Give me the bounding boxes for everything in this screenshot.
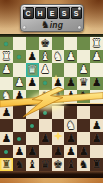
white-pawn-piece: ♟ — [14, 77, 24, 89]
black-knight-piece: ♞ — [14, 159, 24, 171]
board-cell-r4c2[interactable]: ♝ — [26, 158, 39, 171]
chess-king-logo: CHESS ♞ing — [20, 4, 84, 32]
screw-icon — [23, 7, 26, 10]
board-cell-r1c2[interactable]: ♟ — [26, 50, 39, 63]
board-cell-r2c3[interactable]: ♟ — [39, 63, 52, 76]
board-cell-r0c2[interactable] — [26, 106, 39, 119]
black-pawn-piece: ♟ — [14, 146, 24, 158]
move-hint-dot — [17, 55, 21, 59]
knight-icon: ♞ — [41, 20, 50, 30]
board-cell-r4c0[interactable]: ♜ — [0, 158, 13, 171]
logo-king-text: ♞ing — [41, 19, 64, 30]
white-knight-piece: ♞ — [66, 120, 76, 132]
screw-icon — [78, 7, 81, 10]
logo-letter-tiles: CHESS — [23, 7, 82, 19]
white-pawn-piece: ♟ — [92, 51, 102, 63]
black-pawn-piece: ♟ — [27, 77, 37, 89]
board-cell-r1c0[interactable]: ♜ — [0, 50, 13, 63]
board-cell-r0c1[interactable] — [13, 37, 26, 50]
black-bishop-piece: ♝ — [27, 159, 37, 171]
board-cell-r0c5[interactable] — [64, 106, 77, 119]
board-cell-r2c6[interactable] — [77, 132, 90, 145]
board-cell-r3c3[interactable] — [39, 145, 52, 158]
board-cell-r1c4[interactable]: ♞ — [52, 50, 65, 63]
board-cell-r3c0[interactable] — [0, 145, 13, 158]
board-cell-r2c2[interactable] — [26, 132, 39, 145]
board-cell-r0c4[interactable] — [52, 37, 65, 50]
black-pawn-piece: ♟ — [2, 133, 12, 145]
board-cell-r1c1[interactable] — [13, 50, 26, 63]
board-cell-r4c6[interactable]: ♞ — [77, 90, 90, 103]
board-cell-r3c4[interactable]: ♟ — [52, 145, 65, 158]
board-cell-r2c1[interactable] — [13, 132, 26, 145]
chess-king-splash: ♚♜♜♟♝♞♟♟♟♛♟♟♟♟♟♟♛♟♞♟♞♟♟♞ ♟♞♟♟♟♟♟♟♟♟♟♟♜♞♝… — [0, 0, 103, 183]
black-pawn-piece: ♟ — [14, 90, 24, 102]
white-pawn-piece: ♟ — [79, 64, 89, 76]
white-bishop-piece: ♝ — [40, 51, 50, 63]
board-cell-r3c6[interactable]: ♛ — [77, 77, 90, 90]
black-queen-piece: ♛ — [40, 159, 50, 171]
board-cell-r1c4[interactable] — [52, 119, 65, 132]
board-cell-r1c2[interactable] — [26, 119, 39, 132]
board-cell-r3c4[interactable]: ♟ — [52, 77, 65, 90]
white-rook-piece: ♜ — [2, 51, 12, 63]
green-board: ♚♜♜♟♝♞♟♟♟♛♟♟♟♟♟♟♛♟♞♟♞♟♟♞ — [0, 37, 103, 103]
black-pawn-piece: ♟ — [27, 51, 37, 63]
black-pawn-piece: ♟ — [66, 146, 76, 158]
black-pawn-piece: ♟ — [40, 133, 50, 145]
board-cell-r2c1[interactable] — [13, 63, 26, 76]
black-knight-piece: ♞ — [40, 90, 50, 102]
black-pawn-piece: ♟ — [2, 107, 12, 119]
black-pawn-piece: ♟ — [92, 77, 102, 89]
board-cell-r2c4[interactable] — [52, 63, 65, 76]
board-cell-r4c5[interactable]: ♝ — [64, 158, 77, 171]
move-hint-dot — [17, 137, 21, 141]
white-queen-piece: ♛ — [27, 64, 37, 76]
brown-board: ♟♞♟♟♟♟♟♟♟♟♟♟♜♞♝♛♚♝♞♜ — [0, 106, 103, 171]
board-cell-r1c0[interactable] — [0, 119, 13, 132]
black-bishop-piece: ♝ — [66, 159, 76, 171]
white-pawn-piece: ♟ — [66, 51, 76, 63]
board-cell-r4c6[interactable]: ♞ — [77, 158, 90, 171]
black-pawn-piece: ♟ — [66, 133, 76, 145]
board-cell-r2c5[interactable]: ♟ — [64, 132, 77, 145]
board-cell-r3c7[interactable]: ♟ — [90, 77, 103, 90]
black-king-piece: ♚ — [53, 159, 63, 171]
board-cell-r0c7[interactable]: ♜ — [90, 37, 103, 50]
board-cell-r1c6[interactable] — [77, 119, 90, 132]
board-cell-r2c0[interactable]: ♟ — [0, 132, 13, 145]
board-cell-r1c3[interactable]: ♝ — [39, 50, 52, 63]
logo-tile-s: S — [59, 7, 70, 19]
board-cell-r0c4[interactable] — [52, 106, 65, 119]
board-cell-r1c1[interactable] — [13, 119, 26, 132]
board-cell-r4c7[interactable] — [90, 90, 103, 103]
board-cell-r3c5[interactable]: ♟ — [64, 145, 77, 158]
highlight-square — [0, 158, 13, 171]
move-hint-dot — [43, 111, 47, 115]
black-pawn-piece: ♟ — [53, 77, 63, 89]
board-cell-r1c3[interactable] — [39, 119, 52, 132]
board-cell-r4c2[interactable] — [26, 90, 39, 103]
board-cell-r0c1[interactable] — [13, 106, 26, 119]
board-cell-r0c3[interactable] — [39, 106, 52, 119]
board-cell-r0c3[interactable]: ♚ — [39, 37, 52, 50]
board-cell-r4c1[interactable]: ♞ — [13, 158, 26, 171]
logo-tile-e: E — [47, 7, 58, 19]
move-hint-dot — [30, 124, 34, 128]
board-cell-r1c6[interactable] — [77, 50, 90, 63]
black-knight-piece: ♞ — [79, 159, 89, 171]
logo-tile-h: H — [35, 7, 46, 19]
board-cell-r0c0[interactable]: ♟ — [0, 106, 13, 119]
board-cell-r3c2[interactable]: ♟ — [26, 77, 39, 90]
black-pawn-piece: ♟ — [53, 146, 63, 158]
black-pawn-piece: ♟ — [92, 133, 102, 145]
board-cell-r2c6[interactable]: ♟ — [77, 63, 90, 76]
board-cell-r2c3[interactable]: ♟ — [39, 132, 52, 145]
black-queen-piece: ♛ — [79, 77, 89, 89]
board-cell-r3c2[interactable]: ♟ — [26, 145, 39, 158]
board-cell-r4c3[interactable]: ♛ — [39, 158, 52, 171]
black-king-piece: ♚ — [40, 38, 50, 50]
board-cell-r4c4[interactable]: ♚ — [52, 158, 65, 171]
screw-icon — [78, 26, 81, 29]
board-cell-r2c4[interactable] — [52, 132, 65, 145]
black-pawn-piece: ♟ — [92, 120, 102, 132]
black-pawn-piece: ♟ — [66, 90, 76, 102]
board-cell-r3c1[interactable]: ♟ — [13, 77, 26, 90]
move-hint-dot — [43, 81, 47, 85]
board-cell-r3c1[interactable]: ♟ — [13, 145, 26, 158]
board-cell-r1c7[interactable]: ♟ — [90, 119, 103, 132]
board-cell-r0c5[interactable] — [64, 37, 77, 50]
white-rook-piece: ♜ — [92, 38, 102, 50]
board-cell-r3c6[interactable]: ♟ — [77, 145, 90, 158]
board-cell-r4c7[interactable]: ♜ — [90, 158, 103, 171]
move-hint-dot — [4, 42, 8, 46]
logo-king-suffix: ing — [50, 20, 64, 30]
board-cell-r2c2[interactable]: ♛ — [26, 63, 39, 76]
black-pawn-piece: ♟ — [79, 146, 89, 158]
board-cell-r2c7[interactable] — [90, 63, 103, 76]
black-pawn-piece: ♟ — [53, 90, 63, 102]
white-knight-piece: ♞ — [53, 51, 63, 63]
board-cell-r0c7[interactable] — [90, 106, 103, 119]
board-cell-r2c7[interactable]: ♟ — [90, 132, 103, 145]
board-cell-r0c6[interactable] — [77, 106, 90, 119]
brown-board-frame-bottom — [0, 171, 103, 178]
black-pawn-piece: ♟ — [27, 146, 37, 158]
white-pawn-piece: ♟ — [40, 64, 50, 76]
board-cell-r2c5[interactable] — [64, 63, 77, 76]
highlight-square — [26, 63, 39, 76]
black-rook-piece: ♜ — [92, 159, 102, 171]
black-rook-piece: ♜ — [2, 159, 12, 171]
board-cell-r3c0[interactable] — [0, 77, 13, 90]
board-cell-r4c5[interactable]: ♟ — [64, 90, 77, 103]
white-pawn-piece: ♟ — [2, 64, 12, 76]
board-cell-r3c5[interactable]: ♟ — [64, 77, 77, 90]
white-knight-piece: ♞ — [2, 90, 12, 102]
screw-icon — [23, 26, 26, 29]
board-cell-r1c5[interactable]: ♞ — [64, 119, 77, 132]
board-cell-r4c1[interactable]: ♟ — [13, 90, 26, 103]
board-cell-r4c3[interactable]: ♞ — [39, 90, 52, 103]
board-cell-r0c0[interactable] — [0, 37, 13, 50]
black-knight-piece: ♞ — [79, 90, 89, 102]
black-pawn-piece: ♟ — [66, 77, 76, 89]
board-cell-r0c2[interactable] — [26, 37, 39, 50]
board-cell-r1c5[interactable]: ♟ — [64, 50, 77, 63]
move-hint-dot — [4, 150, 8, 154]
board-cell-r0c6[interactable] — [77, 37, 90, 50]
board-cell-r3c7[interactable] — [90, 145, 103, 158]
board-cell-r2c0[interactable]: ♟ — [0, 63, 13, 76]
board-cell-r3c3[interactable] — [39, 77, 52, 90]
board-cell-r4c0[interactable]: ♞ — [0, 90, 13, 103]
board-cell-r1c7[interactable]: ♟ — [90, 50, 103, 63]
board-cell-r4c4[interactable]: ♟ — [52, 90, 65, 103]
